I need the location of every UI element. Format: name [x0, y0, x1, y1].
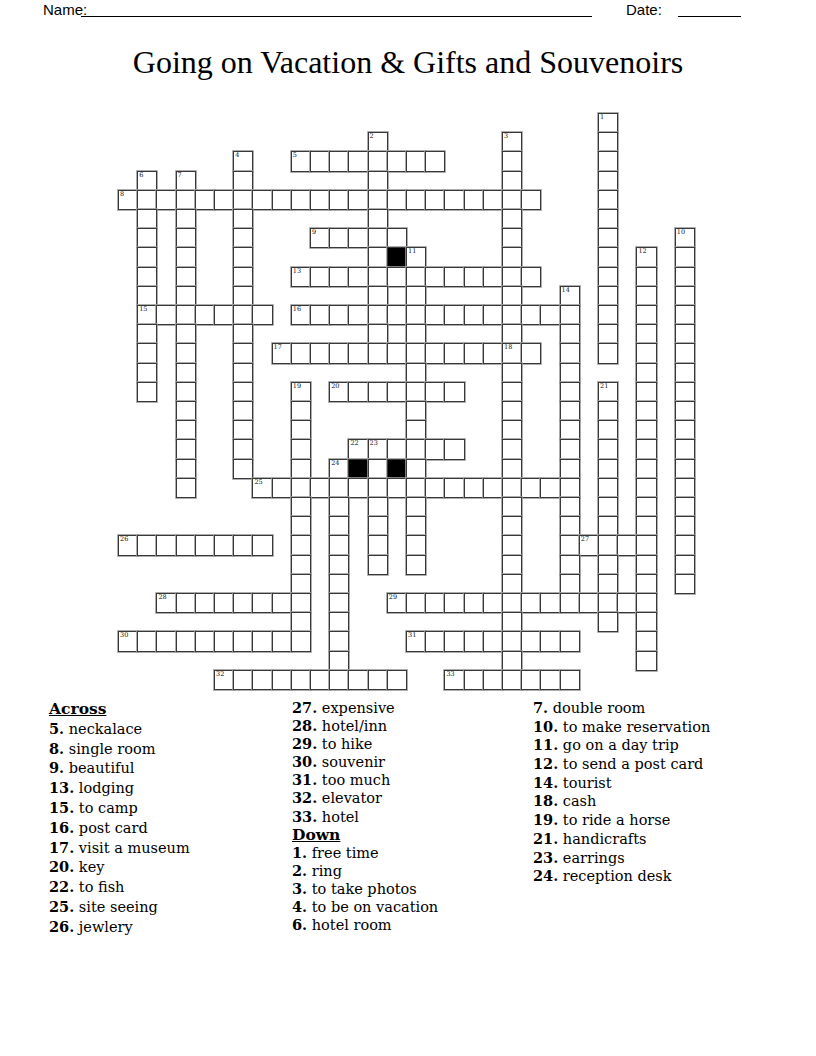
crossword-cell[interactable] [291, 516, 311, 536]
crossword-cell[interactable] [137, 382, 157, 402]
crossword-cell[interactable]: 32 [214, 670, 234, 690]
crossword-cell[interactable] [444, 343, 464, 363]
crossword-cell[interactable] [233, 670, 253, 690]
crossword-cell[interactable] [598, 612, 618, 632]
crossword-cell[interactable] [464, 593, 484, 613]
crossword-cell[interactable] [387, 228, 407, 248]
crossword-cell[interactable] [348, 305, 368, 325]
crossword-cell[interactable] [464, 190, 484, 210]
crossword-cell[interactable] [368, 516, 388, 536]
crossword-cell[interactable] [675, 516, 695, 536]
crossword-cell[interactable] [540, 305, 560, 325]
crossword-cell[interactable] [368, 535, 388, 555]
crossword-cell[interactable] [291, 574, 311, 594]
crossword-cell[interactable] [406, 401, 426, 421]
crossword-cell[interactable] [502, 497, 522, 517]
crossword-cell[interactable] [502, 363, 522, 383]
crossword-cell[interactable] [598, 574, 618, 594]
crossword-cell[interactable] [233, 305, 253, 325]
crossword-cell[interactable] [560, 401, 580, 421]
crossword-cell[interactable] [502, 151, 522, 171]
crossword-cell[interactable] [137, 267, 157, 287]
crossword-cell[interactable] [521, 593, 541, 613]
crossword-cell[interactable] [502, 478, 522, 498]
crossword-cell[interactable] [176, 459, 196, 479]
crossword-cell[interactable] [176, 478, 196, 498]
crossword-cell[interactable] [176, 305, 196, 325]
crossword-cell[interactable] [598, 535, 618, 555]
crossword-cell[interactable] [406, 535, 426, 555]
crossword-cell[interactable] [137, 343, 157, 363]
crossword-cell[interactable] [176, 420, 196, 440]
crossword-cell[interactable] [560, 363, 580, 383]
crossword-cell[interactable] [483, 631, 503, 651]
crossword-cell[interactable] [464, 267, 484, 287]
crossword-cell[interactable]: 23 [368, 439, 388, 459]
crossword-cell[interactable] [598, 420, 618, 440]
crossword-cell[interactable] [598, 286, 618, 306]
crossword-cell[interactable] [310, 267, 330, 287]
crossword-cell[interactable] [156, 305, 176, 325]
crossword-cell[interactable] [348, 382, 368, 402]
crossword-cell[interactable] [368, 209, 388, 229]
crossword-cell[interactable] [617, 535, 637, 555]
crossword-cell[interactable] [598, 247, 618, 267]
crossword-cell[interactable] [329, 535, 349, 555]
crossword-cell[interactable]: 33 [444, 670, 464, 690]
crossword-cell[interactable] [368, 305, 388, 325]
crossword-cell[interactable]: 9 [310, 228, 330, 248]
crossword-cell[interactable] [329, 574, 349, 594]
crossword-cell[interactable] [521, 267, 541, 287]
crossword-cell[interactable] [598, 209, 618, 229]
crossword-cell[interactable] [675, 459, 695, 479]
crossword-cell[interactable] [348, 478, 368, 498]
crossword-cell[interactable] [540, 631, 560, 651]
crossword-cell[interactable] [233, 190, 253, 210]
crossword-cell[interactable] [675, 343, 695, 363]
crossword-cell[interactable] [137, 209, 157, 229]
crossword-cell[interactable] [176, 324, 196, 344]
crossword-cell[interactable]: 31 [406, 631, 426, 651]
crossword-cell[interactable] [425, 382, 445, 402]
crossword-cell[interactable] [502, 516, 522, 536]
crossword-cell[interactable]: 19 [291, 382, 311, 402]
crossword-cell[interactable] [368, 324, 388, 344]
crossword-cell[interactable] [444, 190, 464, 210]
crossword-cell[interactable] [425, 151, 445, 171]
crossword-cell[interactable] [329, 593, 349, 613]
crossword-cell[interactable] [598, 305, 618, 325]
crossword-cell[interactable] [176, 363, 196, 383]
crossword-cell[interactable] [176, 209, 196, 229]
crossword-cell[interactable] [214, 631, 234, 651]
crossword-cell[interactable]: 11 [406, 247, 426, 267]
crossword-cell[interactable] [502, 420, 522, 440]
crossword-cell[interactable] [310, 151, 330, 171]
crossword-cell[interactable] [521, 343, 541, 363]
crossword-cell[interactable] [675, 497, 695, 517]
crossword-cell[interactable] [560, 305, 580, 325]
crossword-cell[interactable] [540, 670, 560, 690]
crossword-cell[interactable] [406, 459, 426, 479]
crossword-cell[interactable] [464, 343, 484, 363]
crossword-cell[interactable] [214, 190, 234, 210]
crossword-cell[interactable] [195, 190, 215, 210]
crossword-cell[interactable] [560, 324, 580, 344]
crossword-cell[interactable] [598, 324, 618, 344]
crossword-cell[interactable] [387, 343, 407, 363]
crossword-cell[interactable] [636, 286, 656, 306]
crossword-cell[interactable] [137, 190, 157, 210]
crossword-cell[interactable] [406, 420, 426, 440]
crossword-cell[interactable] [252, 670, 272, 690]
crossword-cell[interactable] [444, 478, 464, 498]
crossword-cell[interactable] [233, 324, 253, 344]
crossword-cell[interactable] [540, 593, 560, 613]
crossword-cell[interactable] [444, 439, 464, 459]
crossword-cell[interactable] [233, 363, 253, 383]
crossword-cell[interactable] [291, 190, 311, 210]
crossword-cell[interactable] [329, 670, 349, 690]
crossword-cell[interactable] [348, 343, 368, 363]
crossword-cell[interactable] [368, 247, 388, 267]
crossword-cell[interactable] [272, 593, 292, 613]
crossword-cell[interactable] [598, 439, 618, 459]
crossword-cell[interactable] [329, 305, 349, 325]
crossword-cell[interactable] [598, 516, 618, 536]
crossword-cell[interactable] [636, 343, 656, 363]
crossword-cell[interactable]: 21 [598, 382, 618, 402]
crossword-cell[interactable] [560, 555, 580, 575]
crossword-cell[interactable] [636, 324, 656, 344]
crossword-cell[interactable] [425, 305, 445, 325]
crossword-cell[interactable] [233, 535, 253, 555]
crossword-cell[interactable] [560, 516, 580, 536]
crossword-cell[interactable] [137, 324, 157, 344]
crossword-cell[interactable]: 29 [387, 593, 407, 613]
crossword-cell[interactable] [329, 343, 349, 363]
crossword-cell[interactable] [636, 267, 656, 287]
crossword-cell[interactable] [368, 555, 388, 575]
crossword-cell[interactable] [598, 190, 618, 210]
crossword-cell[interactable] [214, 535, 234, 555]
crossword-cell[interactable]: 6 [137, 171, 157, 191]
crossword-cell[interactable] [406, 478, 426, 498]
crossword-cell[interactable] [598, 267, 618, 287]
crossword-cell[interactable] [675, 555, 695, 575]
crossword-cell[interactable] [675, 478, 695, 498]
crossword-cell[interactable] [176, 228, 196, 248]
crossword-cell[interactable] [291, 535, 311, 555]
crossword-cell[interactable] [560, 478, 580, 498]
crossword-cell[interactable] [560, 459, 580, 479]
crossword-cell[interactable]: 10 [675, 228, 695, 248]
crossword-cell[interactable] [521, 305, 541, 325]
crossword-cell[interactable] [675, 247, 695, 267]
crossword-cell[interactable] [425, 267, 445, 287]
crossword-cell[interactable] [502, 209, 522, 229]
crossword-cell[interactable] [368, 343, 388, 363]
crossword-cell[interactable] [310, 478, 330, 498]
crossword-cell[interactable]: 3 [502, 132, 522, 152]
crossword-cell[interactable] [272, 670, 292, 690]
crossword-cell[interactable] [406, 363, 426, 383]
crossword-cell[interactable] [214, 305, 234, 325]
crossword-cell[interactable] [233, 593, 253, 613]
crossword-cell[interactable] [176, 382, 196, 402]
crossword-cell[interactable] [483, 593, 503, 613]
crossword-cell[interactable] [233, 401, 253, 421]
crossword-cell[interactable] [387, 151, 407, 171]
crossword-cell[interactable] [560, 497, 580, 517]
crossword-cell[interactable] [329, 555, 349, 575]
crossword-cell[interactable] [636, 574, 656, 594]
crossword-cell[interactable] [483, 343, 503, 363]
crossword-cell[interactable] [252, 631, 272, 651]
crossword-cell[interactable] [502, 535, 522, 555]
crossword-cell[interactable] [310, 190, 330, 210]
crossword-cell[interactable]: 15 [137, 305, 157, 325]
crossword-cell[interactable] [598, 343, 618, 363]
crossword-cell[interactable] [502, 593, 522, 613]
crossword-cell[interactable] [598, 593, 618, 613]
crossword-cell[interactable]: 25 [252, 478, 272, 498]
crossword-cell[interactable] [675, 535, 695, 555]
crossword-cell[interactable] [502, 555, 522, 575]
crossword-cell[interactable] [176, 535, 196, 555]
crossword-cell[interactable] [233, 228, 253, 248]
crossword-cell[interactable] [636, 497, 656, 517]
crossword-cell[interactable] [675, 363, 695, 383]
crossword-cell[interactable] [329, 497, 349, 517]
crossword-cell[interactable] [675, 305, 695, 325]
crossword-cell[interactable] [560, 382, 580, 402]
crossword-cell[interactable] [348, 267, 368, 287]
crossword-cell[interactable] [233, 459, 253, 479]
crossword-cell[interactable] [502, 459, 522, 479]
crossword-cell[interactable] [252, 190, 272, 210]
crossword-cell[interactable] [636, 382, 656, 402]
crossword-cell[interactable] [137, 535, 157, 555]
crossword-cell[interactable]: 20 [329, 382, 349, 402]
crossword-cell[interactable] [675, 439, 695, 459]
crossword-cell[interactable] [387, 670, 407, 690]
crossword-cell[interactable] [464, 631, 484, 651]
crossword-cell[interactable] [176, 267, 196, 287]
crossword-cell[interactable] [502, 574, 522, 594]
crossword-cell[interactable] [425, 439, 445, 459]
crossword-cell[interactable] [214, 593, 234, 613]
crossword-cell[interactable]: 2 [368, 132, 388, 152]
crossword-cell[interactable] [291, 497, 311, 517]
crossword-cell[interactable] [329, 516, 349, 536]
crossword-cell[interactable] [444, 305, 464, 325]
crossword-cell[interactable] [233, 286, 253, 306]
crossword-cell[interactable] [598, 151, 618, 171]
crossword-cell[interactable] [329, 478, 349, 498]
crossword-cell[interactable] [636, 612, 656, 632]
crossword-cell[interactable]: 4 [233, 151, 253, 171]
crossword-cell[interactable] [348, 190, 368, 210]
crossword-cell[interactable] [636, 651, 656, 671]
crossword-cell[interactable] [406, 497, 426, 517]
crossword-cell[interactable] [598, 459, 618, 479]
crossword-cell[interactable] [502, 267, 522, 287]
crossword-cell[interactable] [137, 363, 157, 383]
crossword-cell[interactable] [502, 324, 522, 344]
crossword-cell[interactable] [291, 670, 311, 690]
crossword-cell[interactable] [636, 535, 656, 555]
crossword-cell[interactable] [368, 190, 388, 210]
crossword-cell[interactable] [521, 478, 541, 498]
crossword-cell[interactable]: 27 [579, 535, 599, 555]
crossword-cell[interactable] [636, 420, 656, 440]
crossword-cell[interactable] [560, 631, 580, 651]
crossword-cell[interactable] [502, 401, 522, 421]
crossword-cell[interactable] [329, 151, 349, 171]
crossword-cell[interactable] [176, 286, 196, 306]
crossword-cell[interactable] [560, 535, 580, 555]
crossword-cell[interactable] [368, 267, 388, 287]
crossword-cell[interactable] [521, 670, 541, 690]
crossword-cell[interactable] [483, 267, 503, 287]
crossword-cell[interactable] [329, 267, 349, 287]
crossword-cell[interactable] [233, 439, 253, 459]
crossword-cell[interactable] [425, 343, 445, 363]
crossword-cell[interactable] [598, 132, 618, 152]
crossword-cell[interactable] [521, 190, 541, 210]
crossword-cell[interactable] [502, 190, 522, 210]
crossword-cell[interactable] [387, 382, 407, 402]
crossword-cell[interactable]: 16 [291, 305, 311, 325]
crossword-cell[interactable] [636, 516, 656, 536]
crossword-cell[interactable] [675, 401, 695, 421]
crossword-cell[interactable] [233, 382, 253, 402]
crossword-cell[interactable] [348, 670, 368, 690]
crossword-cell[interactable] [195, 305, 215, 325]
crossword-cell[interactable] [598, 497, 618, 517]
crossword-cell[interactable] [233, 267, 253, 287]
crossword-cell[interactable] [636, 631, 656, 651]
crossword-cell[interactable] [598, 478, 618, 498]
crossword-cell[interactable] [387, 190, 407, 210]
crossword-cell[interactable] [368, 286, 388, 306]
crossword-cell[interactable] [176, 439, 196, 459]
crossword-cell[interactable] [291, 612, 311, 632]
crossword-cell[interactable] [502, 247, 522, 267]
crossword-cell[interactable]: 17 [272, 343, 292, 363]
crossword-cell[interactable] [636, 478, 656, 498]
crossword-cell[interactable] [444, 631, 464, 651]
crossword-cell[interactable] [444, 267, 464, 287]
crossword-cell[interactable] [368, 670, 388, 690]
crossword-cell[interactable] [598, 401, 618, 421]
crossword-cell[interactable] [636, 401, 656, 421]
crossword-cell[interactable] [233, 171, 253, 191]
crossword-cell[interactable] [636, 439, 656, 459]
crossword-cell[interactable] [233, 209, 253, 229]
crossword-cell[interactable]: 7 [176, 171, 196, 191]
crossword-cell[interactable] [387, 267, 407, 287]
crossword-cell[interactable] [233, 247, 253, 267]
crossword-cell[interactable] [675, 382, 695, 402]
crossword-cell[interactable] [502, 631, 522, 651]
crossword-cell[interactable] [598, 228, 618, 248]
crossword-cell[interactable] [348, 228, 368, 248]
crossword-cell[interactable] [502, 439, 522, 459]
crossword-cell[interactable] [291, 401, 311, 421]
crossword-cell[interactable] [560, 420, 580, 440]
crossword-cell[interactable]: 24 [329, 459, 349, 479]
crossword-cell[interactable] [560, 593, 580, 613]
crossword-cell[interactable] [272, 478, 292, 498]
crossword-cell[interactable] [675, 574, 695, 594]
crossword-cell[interactable] [156, 631, 176, 651]
crossword-cell[interactable] [483, 190, 503, 210]
crossword-cell[interactable]: 30 [118, 631, 138, 651]
crossword-cell[interactable] [521, 631, 541, 651]
crossword-cell[interactable] [310, 670, 330, 690]
crossword-cell[interactable]: 5 [291, 151, 311, 171]
crossword-cell[interactable] [483, 670, 503, 690]
crossword-cell[interactable] [636, 593, 656, 613]
crossword-cell[interactable] [502, 382, 522, 402]
crossword-cell[interactable] [387, 478, 407, 498]
crossword-cell[interactable] [598, 171, 618, 191]
crossword-cell[interactable] [137, 631, 157, 651]
crossword-cell[interactable] [291, 343, 311, 363]
crossword-cell[interactable] [636, 555, 656, 575]
crossword-cell[interactable] [406, 343, 426, 363]
crossword-cell[interactable] [176, 631, 196, 651]
crossword-cell[interactable] [310, 343, 330, 363]
crossword-cell[interactable]: 18 [502, 343, 522, 363]
crossword-cell[interactable] [195, 631, 215, 651]
crossword-cell[interactable] [406, 267, 426, 287]
crossword-cell[interactable] [233, 420, 253, 440]
crossword-cell[interactable] [387, 305, 407, 325]
crossword-cell[interactable] [406, 593, 426, 613]
crossword-cell[interactable] [406, 286, 426, 306]
crossword-cell[interactable] [368, 151, 388, 171]
crossword-cell[interactable] [368, 478, 388, 498]
crossword-cell[interactable] [329, 631, 349, 651]
crossword-cell[interactable] [137, 247, 157, 267]
crossword-cell[interactable] [675, 324, 695, 344]
crossword-cell[interactable] [291, 420, 311, 440]
crossword-cell[interactable] [329, 228, 349, 248]
crossword-cell[interactable] [598, 555, 618, 575]
crossword-cell[interactable]: 14 [560, 286, 580, 306]
crossword-cell[interactable] [252, 305, 272, 325]
crossword-cell[interactable] [291, 478, 311, 498]
crossword-cell[interactable] [406, 516, 426, 536]
crossword-cell[interactable] [406, 190, 426, 210]
crossword-cell[interactable] [368, 228, 388, 248]
crossword-cell[interactable] [252, 593, 272, 613]
crossword-cell[interactable] [176, 401, 196, 421]
crossword-cell[interactable] [675, 420, 695, 440]
crossword-cell[interactable] [387, 439, 407, 459]
crossword-cell[interactable] [252, 535, 272, 555]
crossword-cell[interactable] [425, 631, 445, 651]
crossword-cell[interactable] [617, 593, 637, 613]
crossword-cell[interactable] [502, 171, 522, 191]
crossword-cell[interactable] [406, 324, 426, 344]
crossword-cell[interactable] [464, 670, 484, 690]
crossword-cell[interactable]: 1 [598, 113, 618, 133]
